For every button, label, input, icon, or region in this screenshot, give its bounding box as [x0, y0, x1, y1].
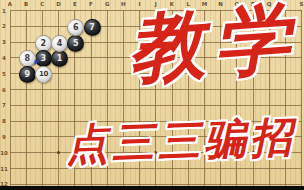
row-label-8: 8	[0, 118, 8, 124]
stone-black-E3: 5	[67, 35, 84, 52]
column-label-E: E	[70, 1, 79, 7]
move-number: 9	[20, 67, 35, 82]
last-move-marker-icon	[34, 61, 39, 71]
row-label-1: 1	[0, 8, 8, 14]
stone-white-E2: 6	[67, 19, 84, 36]
row-label-10: 10	[0, 150, 8, 156]
move-number: 6	[68, 20, 83, 35]
column-label-F: F	[87, 1, 96, 7]
row-label-3: 3	[0, 39, 8, 45]
overlay-title: 教学	[125, 0, 304, 94]
move-number: 1	[52, 51, 67, 66]
stone-black-B5: 9	[19, 66, 36, 83]
row-label-7: 7	[0, 102, 8, 108]
column-label-B: B	[22, 1, 31, 7]
go-teaching-screen: ABCDEFGHIJKLMNOPQRS123456789101112123456…	[0, 0, 304, 190]
row-label-4: 4	[0, 55, 8, 61]
stone-white-C3: 2	[35, 35, 52, 52]
row-label-6: 6	[0, 87, 8, 93]
overlay-caption: 点三三骗招	[65, 110, 304, 172]
stone-white-D3: 4	[51, 35, 68, 52]
bottom-bar	[0, 186, 304, 190]
move-number: 5	[68, 36, 83, 51]
column-label-A: A	[6, 1, 15, 7]
row-label-9: 9	[0, 134, 8, 140]
row-label-2: 2	[0, 23, 8, 29]
move-number: 8	[20, 51, 35, 66]
grid-line-col-B	[26, 10, 27, 186]
column-label-D: D	[54, 1, 63, 7]
stone-black-F2: 7	[84, 19, 101, 36]
row-label-5: 5	[0, 71, 8, 77]
grid-line-row-7	[10, 105, 303, 106]
move-number: 4	[52, 36, 67, 51]
row-label-11: 11	[0, 166, 8, 172]
move-number: 7	[85, 20, 100, 35]
stone-black-D4: 1	[51, 50, 68, 67]
column-label-C: C	[38, 1, 47, 7]
grid-line-row-12	[10, 184, 303, 185]
column-label-G: G	[103, 1, 112, 7]
stone-white-B4: 8	[19, 50, 36, 67]
star-point-D10	[57, 151, 60, 154]
grid-line-col-A	[10, 10, 11, 186]
move-number: 2	[36, 36, 51, 51]
